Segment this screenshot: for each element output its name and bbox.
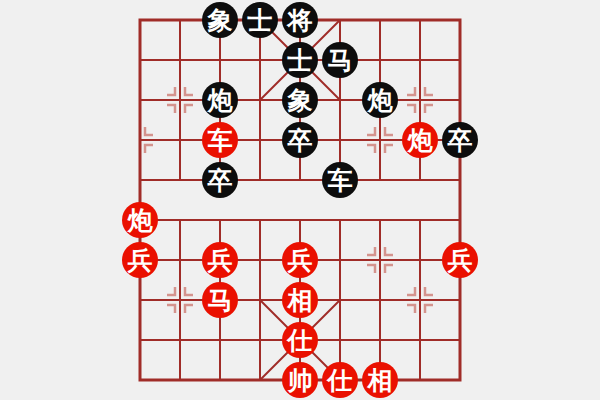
piece-black-elephant[interactable]: 象 — [282, 82, 318, 118]
piece-red-chariot[interactable]: 车 — [202, 122, 238, 158]
piece-red-elephant[interactable]: 相 — [282, 282, 318, 318]
piece-red-advisor[interactable]: 仕 — [282, 322, 318, 358]
piece-red-advisor[interactable]: 仕 — [322, 362, 358, 398]
piece-black-soldier[interactable]: 卒 — [202, 162, 238, 198]
piece-black-elephant[interactable]: 象 — [202, 2, 238, 38]
piece-black-cannon[interactable]: 炮 — [202, 82, 238, 118]
piece-red-horse[interactable]: 马 — [202, 282, 238, 318]
piece-black-advisor[interactable]: 士 — [242, 2, 278, 38]
piece-red-elephant[interactable]: 相 — [362, 362, 398, 398]
piece-black-soldier[interactable]: 卒 — [442, 122, 478, 158]
piece-black-cannon[interactable]: 炮 — [362, 82, 398, 118]
piece-red-soldier[interactable]: 兵 — [282, 242, 318, 278]
piece-red-general[interactable]: 帅 — [282, 362, 318, 398]
piece-black-chariot[interactable]: 车 — [322, 162, 358, 198]
piece-black-general[interactable]: 将 — [282, 2, 318, 38]
piece-red-soldier[interactable]: 兵 — [122, 242, 158, 278]
piece-red-cannon[interactable]: 炮 — [122, 202, 158, 238]
piece-black-advisor[interactable]: 士 — [282, 42, 318, 78]
piece-black-horse[interactable]: 马 — [322, 42, 358, 78]
xiangqi-board: 象士将士马炮象炮车卒炮卒卒车炮兵兵兵兵马相仕帅仕相 — [0, 0, 600, 400]
piece-black-soldier[interactable]: 卒 — [282, 122, 318, 158]
piece-red-soldier[interactable]: 兵 — [202, 242, 238, 278]
piece-grid: 象士将士马炮象炮车卒炮卒卒车炮兵兵兵兵马相仕帅仕相 — [120, 0, 480, 400]
piece-red-cannon[interactable]: 炮 — [402, 122, 438, 158]
piece-red-soldier[interactable]: 兵 — [442, 242, 478, 278]
